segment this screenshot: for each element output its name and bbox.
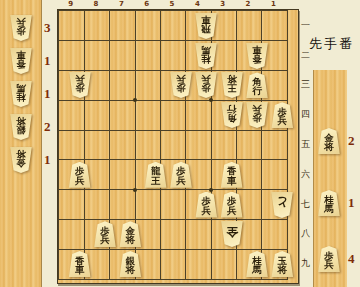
piece-kanji: 歩兵 — [278, 107, 288, 126]
piece-kanji: 桂馬 — [324, 195, 334, 214]
piece-face: と — [270, 192, 294, 218]
square-81[interactable] — [84, 11, 109, 41]
piece-kanji: 歩兵 — [75, 75, 85, 94]
square-64[interactable] — [135, 100, 160, 130]
piece-face: 王将 — [220, 72, 244, 98]
piece-kanji: 全 — [226, 227, 238, 239]
square-82[interactable] — [84, 41, 109, 71]
piece-gote-38[interactable]: 全 — [220, 221, 244, 247]
piece-kanji: 歩兵 — [252, 105, 262, 124]
piece-kanji: 歩兵 — [202, 75, 212, 94]
piece-kanji: と — [276, 197, 288, 209]
sente-hand-count-0: 2 — [348, 134, 355, 148]
square-21[interactable] — [236, 11, 261, 41]
piece-sente-56[interactable]: 歩兵 — [169, 162, 193, 188]
piece-sente-88[interactable]: 歩兵 — [93, 221, 117, 247]
gote-hand-count-2: 1 — [44, 87, 51, 101]
square-95[interactable] — [59, 130, 84, 160]
square-62[interactable] — [135, 41, 160, 71]
piece-sente-36[interactable]: 香車 — [220, 162, 244, 188]
piece-face: 歩兵 — [317, 246, 341, 272]
piece-gote-22[interactable]: 香車 — [245, 43, 269, 69]
piece-kanji: 香車 — [75, 256, 85, 275]
piece-face: 桂馬 — [317, 190, 341, 216]
file-label-7: 7 — [119, 0, 124, 8]
piece-face: 桂馬 — [194, 43, 218, 69]
piece-kanji: 歩兵 — [100, 226, 110, 245]
piece-face: 金将 — [317, 128, 341, 154]
piece-kanji: 角行 — [227, 105, 237, 124]
piece-sente-99[interactable]: 香車 — [68, 251, 92, 277]
square-73[interactable] — [110, 71, 135, 101]
piece-kanji: 歩兵 — [176, 166, 186, 185]
piece-face: 香車 — [9, 48, 33, 74]
piece-gote-42[interactable]: 桂馬 — [194, 43, 218, 69]
piece-face: 歩兵 — [93, 221, 117, 247]
piece-kanji: 歩兵 — [202, 196, 212, 215]
piece-kanji: 金将 — [324, 133, 334, 152]
piece-face: 香車 — [245, 43, 269, 69]
piece-face: 歩兵 — [169, 72, 193, 98]
piece-sente-19[interactable]: 玉将 — [270, 251, 294, 277]
square-44[interactable] — [186, 100, 211, 130]
square-48[interactable] — [186, 219, 211, 249]
square-97[interactable] — [59, 190, 84, 220]
piece-face: 角行 — [220, 102, 244, 128]
piece-sente-29[interactable]: 桂馬 — [245, 251, 269, 277]
piece-kanji: 玉将 — [278, 256, 288, 275]
piece-gote-17[interactable]: と — [270, 192, 294, 218]
square-77[interactable] — [110, 190, 135, 220]
square-87[interactable] — [84, 190, 109, 220]
sente-hand-count-1: 1 — [348, 196, 355, 210]
file-label-3: 3 — [220, 0, 225, 8]
square-75[interactable] — [110, 130, 135, 160]
hand-piece-sente-0[interactable]: 金将 — [317, 128, 341, 154]
piece-kanji: 歩兵 — [227, 196, 237, 215]
rank-label-5: 五 — [301, 139, 311, 149]
rank-label-9: 九 — [301, 258, 311, 268]
square-58[interactable] — [160, 219, 185, 249]
piece-sente-96[interactable]: 歩兵 — [68, 162, 92, 188]
piece-kanji: 角行 — [252, 77, 262, 96]
piece-gote-34[interactable]: 角行 — [220, 102, 244, 128]
rank-label-1: 一 — [301, 20, 311, 30]
piece-face: 香車 — [220, 162, 244, 188]
piece-kanji: 桂馬 — [202, 45, 212, 64]
piece-sente-78[interactable]: 金将 — [118, 221, 142, 247]
piece-face: 歩兵 — [68, 72, 92, 98]
piece-face: 歩兵 — [270, 102, 294, 128]
file-label-9: 9 — [68, 0, 73, 8]
piece-face: 飛車 — [194, 13, 218, 39]
piece-kanji: 金将 — [16, 150, 26, 169]
piece-gote-33[interactable]: 王将 — [220, 72, 244, 98]
square-72[interactable] — [110, 41, 135, 71]
rank-label-2: 二 — [301, 50, 311, 60]
piece-gote-41[interactable]: 飛車 — [194, 13, 218, 39]
hand-piece-gote-4[interactable]: 金将 — [9, 147, 33, 173]
hand-piece-gote-2[interactable]: 桂馬 — [9, 81, 33, 107]
piece-kanji: 飛車 — [202, 15, 212, 34]
piece-kanji: 金将 — [126, 226, 136, 245]
piece-gote-93[interactable]: 歩兵 — [68, 72, 92, 98]
piece-face: 銀将 — [9, 114, 33, 140]
piece-face: 歩兵 — [220, 192, 244, 218]
piece-face: 歩兵 — [169, 162, 193, 188]
piece-face: 桂馬 — [9, 81, 33, 107]
piece-sente-79[interactable]: 銀将 — [118, 251, 142, 277]
square-35[interactable] — [211, 130, 236, 160]
piece-face: 歩兵 — [9, 15, 33, 41]
hand-piece-sente-2[interactable]: 歩兵 — [317, 246, 341, 272]
square-71[interactable] — [110, 11, 135, 41]
square-63[interactable] — [135, 71, 160, 101]
piece-sente-14[interactable]: 歩兵 — [270, 102, 294, 128]
square-25[interactable] — [236, 130, 261, 160]
piece-kanji: 歩兵 — [176, 75, 186, 94]
piece-kanji: 銀将 — [126, 256, 136, 275]
file-label-4: 4 — [195, 0, 200, 8]
file-label-5: 5 — [170, 0, 175, 8]
rank-label-4: 四 — [301, 109, 311, 119]
piece-face: 金将 — [118, 221, 142, 247]
piece-kanji: 王将 — [227, 75, 237, 94]
square-57[interactable] — [160, 190, 185, 220]
gote-hand-count-3: 2 — [44, 120, 51, 134]
piece-sente-23[interactable]: 角行 — [245, 72, 269, 98]
piece-face: 歩兵 — [245, 102, 269, 128]
sente-hand-count-2: 4 — [348, 252, 355, 266]
square-15[interactable] — [262, 130, 287, 160]
square-55[interactable] — [160, 130, 185, 160]
piece-kanji: 香車 — [227, 166, 237, 185]
piece-gote-53[interactable]: 歩兵 — [169, 72, 193, 98]
square-76[interactable] — [110, 160, 135, 190]
piece-face: 歩兵 — [68, 162, 92, 188]
shogi-app: { "game": "shogi", "turn_indicator": "先手… — [0, 0, 360, 287]
square-92[interactable] — [59, 41, 84, 71]
piece-kanji: 銀将 — [16, 117, 26, 136]
square-74[interactable] — [110, 100, 135, 130]
square-16[interactable] — [262, 160, 287, 190]
square-67[interactable] — [135, 190, 160, 220]
piece-kanji: 香車 — [252, 45, 262, 64]
rank-label-8: 八 — [301, 228, 311, 238]
piece-kanji: 桂馬 — [16, 84, 26, 103]
square-98[interactable] — [59, 219, 84, 249]
square-51[interactable] — [160, 11, 185, 41]
gote-hand-stand — [0, 0, 42, 287]
square-94[interactable] — [59, 100, 84, 130]
rank-label-7: 七 — [301, 199, 311, 209]
square-65[interactable] — [135, 130, 160, 160]
square-39[interactable] — [211, 249, 236, 279]
shogi-board: 飛車桂馬香車歩兵歩兵歩兵王将角行角行歩兵歩兵歩兵龍王歩兵香車歩兵歩兵と歩兵金将全… — [57, 9, 299, 284]
gote-hand-count-4: 1 — [44, 153, 51, 167]
file-label-1: 1 — [271, 0, 276, 8]
file-label-6: 6 — [144, 0, 149, 8]
file-label-8: 8 — [94, 0, 99, 8]
piece-kanji: 龍王 — [151, 166, 161, 185]
square-59[interactable] — [160, 249, 185, 279]
square-11[interactable] — [262, 11, 287, 41]
hand-piece-sente-1[interactable]: 桂馬 — [317, 190, 341, 216]
piece-sente-37[interactable]: 歩兵 — [220, 192, 244, 218]
gote-hand-count-0: 3 — [44, 21, 51, 35]
piece-face: 歩兵 — [194, 72, 218, 98]
hand-piece-gote-0[interactable]: 歩兵 — [9, 15, 33, 41]
square-91[interactable] — [59, 11, 84, 41]
piece-face: 龍王 — [144, 162, 168, 188]
piece-sente-47[interactable]: 歩兵 — [194, 192, 218, 218]
piece-kanji: 香車 — [16, 51, 26, 70]
hand-piece-gote-1[interactable]: 香車 — [9, 48, 33, 74]
piece-face: 玉将 — [270, 251, 294, 277]
square-85[interactable] — [84, 130, 109, 160]
piece-face: 角行 — [245, 72, 269, 98]
square-49[interactable] — [186, 249, 211, 279]
piece-face: 銀将 — [118, 251, 142, 277]
rank-label-6: 六 — [301, 169, 311, 179]
piece-gote-43[interactable]: 歩兵 — [194, 72, 218, 98]
square-61[interactable] — [135, 11, 160, 41]
piece-kanji: 歩兵 — [75, 166, 85, 185]
rank-label-3: 三 — [301, 79, 311, 89]
piece-face: 金将 — [9, 147, 33, 173]
piece-kanji: 歩兵 — [16, 18, 26, 37]
gote-hand-count-1: 1 — [44, 54, 51, 68]
square-18[interactable] — [262, 219, 287, 249]
square-45[interactable] — [186, 130, 211, 160]
piece-sente-66[interactable]: 龍王 — [144, 162, 168, 188]
piece-kanji: 歩兵 — [324, 251, 334, 270]
square-52[interactable] — [160, 41, 185, 71]
piece-kanji: 桂馬 — [252, 256, 262, 275]
piece-face: 桂馬 — [245, 251, 269, 277]
piece-gote-24[interactable]: 歩兵 — [245, 102, 269, 128]
square-54[interactable] — [160, 100, 185, 130]
piece-face: 全 — [220, 221, 244, 247]
piece-face: 香車 — [68, 251, 92, 277]
hand-piece-gote-3[interactable]: 銀将 — [9, 114, 33, 140]
turn-indicator-label: 先手番 — [309, 36, 359, 51]
file-label-2: 2 — [246, 0, 251, 8]
square-84[interactable] — [84, 100, 109, 130]
piece-face: 歩兵 — [194, 192, 218, 218]
